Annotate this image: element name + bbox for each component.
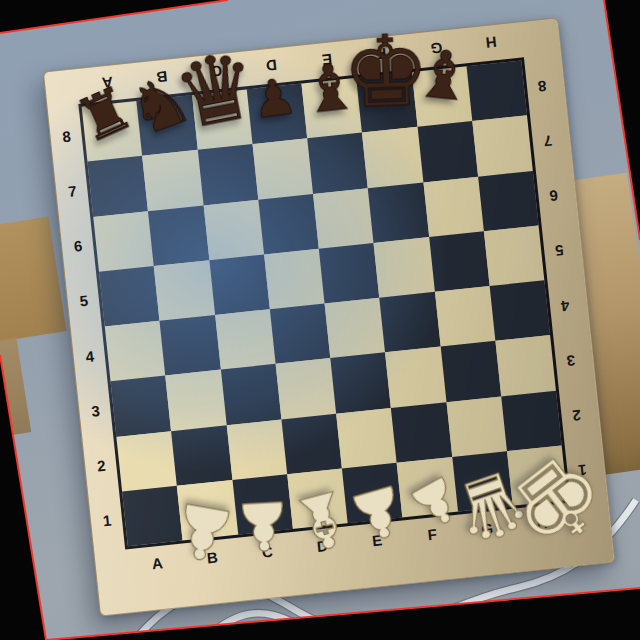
square-c3 bbox=[220, 364, 281, 425]
square-h3 bbox=[495, 335, 556, 396]
file-label-top-f: F bbox=[376, 46, 387, 62]
square-h6 bbox=[478, 170, 539, 231]
file-label-top-a: A bbox=[101, 75, 113, 91]
cardboard-left-lower bbox=[0, 337, 31, 438]
square-g8 bbox=[411, 66, 472, 127]
square-f3 bbox=[385, 347, 446, 408]
rank-label-right-4: 4 bbox=[560, 298, 570, 314]
square-g5 bbox=[429, 231, 490, 292]
square-c1 bbox=[232, 474, 293, 535]
file-label-bottom-h: H bbox=[536, 515, 548, 531]
file-label-top-c: C bbox=[211, 63, 223, 79]
square-a6 bbox=[93, 211, 154, 272]
square-e6 bbox=[313, 188, 374, 249]
square-d6 bbox=[258, 193, 319, 254]
square-g4 bbox=[434, 286, 495, 347]
square-e8 bbox=[301, 78, 362, 139]
square-c8 bbox=[192, 89, 253, 150]
file-label-bottom-d: D bbox=[316, 538, 328, 554]
square-f2 bbox=[391, 402, 452, 463]
file-label-bottom-b: B bbox=[206, 549, 218, 565]
rank-label-left-6: 6 bbox=[73, 238, 83, 254]
rank-label-right-2: 2 bbox=[572, 408, 582, 424]
board-grid bbox=[82, 61, 568, 547]
square-f7 bbox=[362, 127, 423, 188]
square-e7 bbox=[307, 133, 368, 194]
square-g1 bbox=[452, 451, 513, 512]
square-b2 bbox=[171, 425, 232, 486]
square-f1 bbox=[397, 457, 458, 518]
screenshot-frame: AA88BB77CC66DD55EE44FF33GG22HH11 ♜♞♛♟♝♚♝… bbox=[0, 0, 640, 640]
square-b4 bbox=[160, 315, 221, 376]
square-b7 bbox=[142, 150, 203, 211]
square-d2 bbox=[281, 413, 342, 474]
square-a4 bbox=[105, 321, 166, 382]
file-label-bottom-a: A bbox=[151, 555, 163, 571]
square-g6 bbox=[423, 176, 484, 237]
file-label-top-d: D bbox=[266, 58, 278, 74]
square-h2 bbox=[501, 390, 562, 451]
square-h5 bbox=[484, 225, 545, 286]
rank-label-left-3: 3 bbox=[91, 403, 101, 419]
photo: AA88BB77CC66DD55EE44FF33GG22HH11 ♜♞♛♟♝♚♝… bbox=[0, 0, 640, 640]
square-h1 bbox=[507, 445, 568, 506]
square-a5 bbox=[99, 266, 160, 327]
file-label-bottom-g: G bbox=[481, 521, 494, 537]
square-d7 bbox=[252, 139, 313, 200]
square-b3 bbox=[165, 370, 226, 431]
square-a2 bbox=[116, 431, 177, 492]
off-board-white-pawn: ♟ bbox=[0, 569, 45, 628]
square-b1 bbox=[177, 480, 238, 541]
square-f5 bbox=[374, 237, 435, 298]
square-c5 bbox=[209, 254, 270, 315]
square-g2 bbox=[446, 396, 507, 457]
square-c2 bbox=[226, 419, 287, 480]
square-e3 bbox=[330, 353, 391, 414]
file-label-bottom-c: C bbox=[261, 544, 273, 560]
square-a1 bbox=[122, 486, 183, 547]
square-d5 bbox=[264, 248, 325, 309]
square-e2 bbox=[336, 408, 397, 469]
cardboard-left bbox=[0, 216, 67, 343]
square-a7 bbox=[87, 156, 148, 217]
chess-board: AA88BB77CC66DD55EE44FF33GG22HH11 ♜♞♛♟♝♚♝… bbox=[43, 17, 615, 616]
file-label-top-b: B bbox=[156, 69, 168, 85]
file-label-bottom-e: E bbox=[371, 532, 383, 548]
square-f8 bbox=[356, 72, 417, 133]
square-g3 bbox=[440, 341, 501, 402]
rank-label-right-7: 7 bbox=[543, 133, 553, 149]
square-h4 bbox=[489, 280, 550, 341]
square-b5 bbox=[154, 260, 215, 321]
square-d3 bbox=[275, 358, 336, 419]
rank-label-right-8: 8 bbox=[537, 78, 547, 94]
file-label-bottom-f: F bbox=[427, 526, 438, 542]
square-c4 bbox=[215, 309, 276, 370]
square-b6 bbox=[148, 205, 209, 266]
rank-label-left-2: 2 bbox=[96, 458, 106, 474]
square-b8 bbox=[137, 95, 198, 156]
square-e1 bbox=[342, 462, 403, 523]
square-d8 bbox=[247, 84, 308, 145]
square-c6 bbox=[203, 199, 264, 260]
rank-label-left-8: 8 bbox=[62, 128, 72, 144]
rank-label-right-5: 5 bbox=[554, 243, 564, 259]
rank-label-left-7: 7 bbox=[67, 183, 77, 199]
file-label-top-e: E bbox=[321, 52, 333, 68]
square-d4 bbox=[270, 303, 331, 364]
rank-label-right-6: 6 bbox=[549, 188, 559, 204]
square-c7 bbox=[197, 144, 258, 205]
square-f6 bbox=[368, 182, 429, 243]
rank-label-left-4: 4 bbox=[85, 348, 95, 364]
square-g7 bbox=[417, 121, 478, 182]
rank-label-left-1: 1 bbox=[102, 513, 112, 529]
square-h7 bbox=[472, 115, 533, 176]
square-h8 bbox=[466, 61, 527, 122]
rank-label-right-3: 3 bbox=[566, 353, 576, 369]
square-f4 bbox=[380, 292, 441, 353]
square-a8 bbox=[82, 101, 143, 162]
file-label-top-h: H bbox=[485, 34, 497, 50]
rank-label-right-1: 1 bbox=[578, 463, 588, 479]
square-e5 bbox=[319, 243, 380, 304]
square-a3 bbox=[111, 376, 172, 437]
square-d1 bbox=[287, 468, 348, 529]
rank-label-left-5: 5 bbox=[79, 293, 89, 309]
square-e4 bbox=[325, 298, 386, 359]
file-label-top-g: G bbox=[430, 40, 443, 56]
